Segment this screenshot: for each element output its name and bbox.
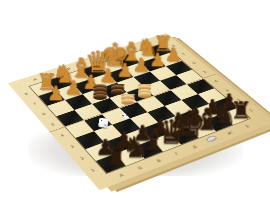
coordinate-label: Е (115, 52, 120, 55)
light-checker-stack (120, 93, 134, 104)
coordinate-label: З (245, 125, 251, 129)
coordinate-label: 1 (248, 109, 254, 113)
coordinate-label: 6 (41, 112, 46, 116)
coordinate-label: 5 (202, 70, 207, 73)
coordinate-label: 7 (32, 102, 37, 105)
coordinate-label: Б (137, 166, 143, 170)
white-die (98, 118, 109, 129)
square-h2: ♟ (209, 98, 237, 114)
coordinate-label: 3 (69, 145, 75, 149)
coordinate-label: 8 (171, 44, 176, 47)
coordinate-label: 2 (236, 99, 242, 102)
coordinate-label: Ж (226, 131, 234, 136)
die-pip (104, 124, 106, 126)
coordinate-label: А (119, 173, 125, 177)
coordinate-label: 4 (60, 133, 65, 137)
coordinate-label: 7 (181, 53, 186, 56)
coordinate-label: Д (99, 57, 104, 60)
coordinate-label: 4 (213, 79, 218, 82)
coordinate-label: 5 (50, 123, 55, 127)
coordinate-label: В (156, 159, 162, 163)
coordinate-label: Г (83, 62, 88, 65)
coordinate-label: 2 (79, 156, 85, 160)
metal-latch (205, 135, 219, 143)
coordinate-label: Д (191, 145, 197, 149)
coordinate-label: Г (174, 152, 180, 156)
die-pip (122, 115, 125, 117)
light-checker (138, 92, 152, 98)
light-checker (120, 98, 134, 104)
die-pip (100, 119, 102, 121)
coordinate-label: 3 (224, 89, 229, 92)
dark-checker (93, 94, 107, 100)
chess-board: АБВГДЕЖЗ АБВГДЕЖЗ 87654321 87654321 ♜♞♝♛… (8, 33, 270, 190)
coordinate-label: Б (50, 73, 55, 76)
dark-checker-stack (93, 86, 107, 100)
coordinate-label: 6 (191, 61, 196, 64)
coordinate-label: А (32, 78, 37, 81)
product-photo-chess-set: АБВГДЕЖЗ АБВГДЕЖЗ 87654321 87654321 ♜♞♝♛… (0, 0, 270, 203)
coordinate-label: 1 (90, 168, 96, 172)
coordinate-label: 8 (24, 92, 29, 95)
playing-field: ♜♞♝♛♚♝♞♜♟♟♟♟♟♟♟♟♟♟♟♟♟♟♟♟♜♞♝♛♚♝♞♜ (30, 44, 250, 173)
coordinate-label: Ж (131, 46, 138, 49)
light-checker-stack (138, 84, 152, 98)
coordinate-label: В (66, 67, 71, 70)
perspective-scene: АБВГДЕЖЗ АБВГДЕЖЗ 87654321 87654321 ♜♞♝♛… (0, 0, 270, 203)
coordinate-label: З (148, 41, 153, 44)
